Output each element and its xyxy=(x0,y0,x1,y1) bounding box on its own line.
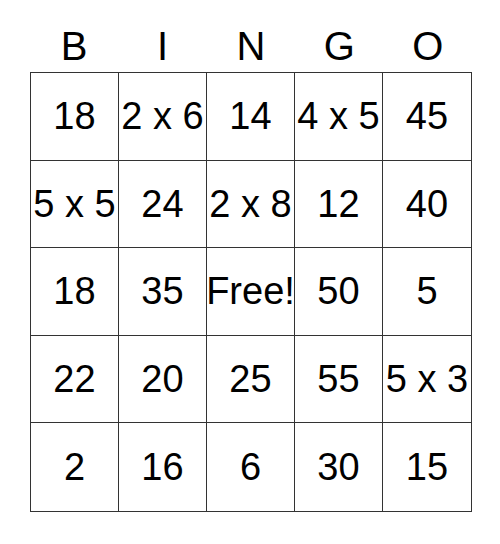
header-letter-b: B xyxy=(30,0,118,72)
header-letter-o: O xyxy=(384,0,472,72)
bingo-cell-r0c4[interactable]: 45 xyxy=(383,73,471,161)
bingo-cell-r4c3[interactable]: 30 xyxy=(295,423,383,511)
bingo-cell-r1c2[interactable]: 2 x 8 xyxy=(207,161,295,249)
bingo-cell-r2c0[interactable]: 18 xyxy=(31,248,119,336)
bingo-header-row: B I N G O xyxy=(30,0,472,72)
header-letter-n: N xyxy=(207,0,295,72)
bingo-cell-r0c0[interactable]: 18 xyxy=(31,73,119,161)
bingo-cell-r2c1[interactable]: 35 xyxy=(119,248,207,336)
bingo-cell-r2c4[interactable]: 5 xyxy=(383,248,471,336)
header-letter-i: I xyxy=(118,0,206,72)
bingo-cell-r4c2[interactable]: 6 xyxy=(207,423,295,511)
bingo-cell-r3c0[interactable]: 22 xyxy=(31,336,119,424)
bingo-cell-r3c1[interactable]: 20 xyxy=(119,336,207,424)
bingo-card: B I N G O 18 2 x 6 14 4 x 5 45 5 x 5 24 … xyxy=(30,0,472,512)
bingo-cell-r1c3[interactable]: 12 xyxy=(295,161,383,249)
bingo-cell-r3c4[interactable]: 5 x 3 xyxy=(383,336,471,424)
bingo-cell-r4c1[interactable]: 16 xyxy=(119,423,207,511)
bingo-cell-r1c1[interactable]: 24 xyxy=(119,161,207,249)
bingo-cell-r2c3[interactable]: 50 xyxy=(295,248,383,336)
bingo-cell-r3c3[interactable]: 55 xyxy=(295,336,383,424)
bingo-cell-r3c2[interactable]: 25 xyxy=(207,336,295,424)
bingo-cell-r4c0[interactable]: 2 xyxy=(31,423,119,511)
bingo-cell-r0c1[interactable]: 2 x 6 xyxy=(119,73,207,161)
bingo-cell-r4c4[interactable]: 15 xyxy=(383,423,471,511)
bingo-cell-r1c0[interactable]: 5 x 5 xyxy=(31,161,119,249)
free-cell[interactable]: Free! xyxy=(207,248,295,336)
bingo-cell-r1c4[interactable]: 40 xyxy=(383,161,471,249)
bingo-cell-r0c2[interactable]: 14 xyxy=(207,73,295,161)
bingo-grid: 18 2 x 6 14 4 x 5 45 5 x 5 24 2 x 8 12 4… xyxy=(30,72,472,512)
header-letter-g: G xyxy=(295,0,383,72)
bingo-cell-r0c3[interactable]: 4 x 5 xyxy=(295,73,383,161)
